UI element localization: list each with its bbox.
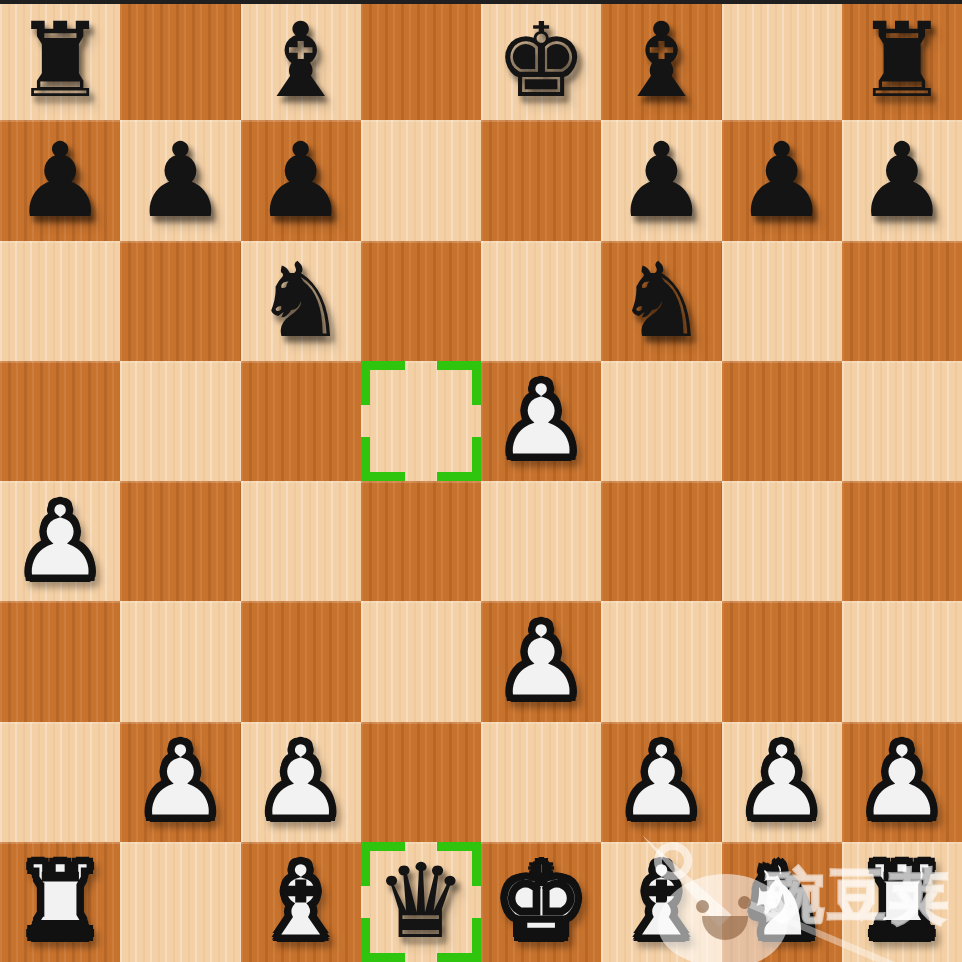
square-c8[interactable]: ♝ [241, 0, 361, 120]
square-g8[interactable] [722, 0, 842, 120]
square-b2[interactable]: ♟ [120, 722, 240, 842]
square-f7[interactable]: ♟ [601, 120, 721, 240]
square-g2[interactable]: ♟ [722, 722, 842, 842]
square-e8[interactable]: ♚ [481, 0, 601, 120]
piece-black-knight[interactable]: ♞ [254, 249, 346, 352]
square-e7[interactable] [481, 120, 601, 240]
square-d8[interactable] [361, 0, 481, 120]
square-f4[interactable] [601, 481, 721, 601]
square-h3[interactable] [842, 601, 962, 721]
square-e1[interactable]: ♚ [481, 842, 601, 962]
square-f5[interactable] [601, 361, 721, 481]
square-g6[interactable] [722, 241, 842, 361]
piece-white-pawn[interactable]: ♟ [134, 730, 226, 833]
piece-white-rook[interactable]: ♜ [856, 850, 948, 953]
square-c6[interactable]: ♞ [241, 241, 361, 361]
piece-white-pawn[interactable]: ♟ [495, 369, 587, 472]
piece-white-bishop[interactable]: ♝ [615, 850, 707, 953]
piece-white-rook[interactable]: ♜ [14, 850, 106, 953]
piece-white-pawn[interactable]: ♟ [735, 730, 827, 833]
square-d6[interactable] [361, 241, 481, 361]
square-a8[interactable]: ♜ [0, 0, 120, 120]
square-c3[interactable] [241, 601, 361, 721]
square-c5[interactable] [241, 361, 361, 481]
square-e3[interactable]: ♟ [481, 601, 601, 721]
piece-white-pawn[interactable]: ♟ [615, 730, 707, 833]
chess-app-window: ♜♝♚♝♜♟♟♟♟♟♟♞♞♟♟♟♟♟♟♟♟♜♝♛♚♝♞♜ 豌豆荚 [0, 0, 962, 962]
square-d4[interactable] [361, 481, 481, 601]
square-d7[interactable] [361, 120, 481, 240]
highlight-corner-icon [437, 361, 481, 405]
square-b4[interactable] [120, 481, 240, 601]
square-d5[interactable] [361, 361, 481, 481]
piece-white-king[interactable]: ♚ [495, 850, 587, 953]
square-c1[interactable]: ♝ [241, 842, 361, 962]
square-a2[interactable] [0, 722, 120, 842]
square-f6[interactable]: ♞ [601, 241, 721, 361]
highlight-corner-icon [361, 361, 405, 405]
piece-black-pawn[interactable]: ♟ [14, 129, 106, 232]
chess-board: ♜♝♚♝♜♟♟♟♟♟♟♞♞♟♟♟♟♟♟♟♟♜♝♛♚♝♞♜ [0, 0, 962, 962]
square-h7[interactable]: ♟ [842, 120, 962, 240]
square-f2[interactable]: ♟ [601, 722, 721, 842]
square-b3[interactable] [120, 601, 240, 721]
square-d3[interactable] [361, 601, 481, 721]
piece-black-pawn[interactable]: ♟ [254, 129, 346, 232]
piece-white-pawn[interactable]: ♟ [856, 730, 948, 833]
square-e5[interactable]: ♟ [481, 361, 601, 481]
square-a1[interactable]: ♜ [0, 842, 120, 962]
square-b8[interactable] [120, 0, 240, 120]
square-a6[interactable] [0, 241, 120, 361]
piece-black-rook[interactable]: ♜ [856, 9, 948, 112]
square-d1[interactable]: ♛ [361, 842, 481, 962]
square-h8[interactable]: ♜ [842, 0, 962, 120]
piece-black-pawn[interactable]: ♟ [615, 129, 707, 232]
piece-black-bishop[interactable]: ♝ [254, 9, 346, 112]
square-g1[interactable]: ♞ [722, 842, 842, 962]
piece-white-pawn[interactable]: ♟ [14, 490, 106, 593]
square-g4[interactable] [722, 481, 842, 601]
square-f8[interactable]: ♝ [601, 0, 721, 120]
square-h2[interactable]: ♟ [842, 722, 962, 842]
highlight-corner-icon [361, 437, 405, 481]
square-g7[interactable]: ♟ [722, 120, 842, 240]
piece-white-bishop[interactable]: ♝ [254, 850, 346, 953]
square-e4[interactable] [481, 481, 601, 601]
square-a4[interactable]: ♟ [0, 481, 120, 601]
square-a7[interactable]: ♟ [0, 120, 120, 240]
piece-black-rook[interactable]: ♜ [14, 9, 106, 112]
window-top-bar [0, 0, 962, 4]
square-b6[interactable] [120, 241, 240, 361]
square-e2[interactable] [481, 722, 601, 842]
piece-white-pawn[interactable]: ♟ [254, 730, 346, 833]
highlight-corner-icon [437, 437, 481, 481]
square-c4[interactable] [241, 481, 361, 601]
piece-black-king[interactable]: ♚ [495, 9, 587, 112]
piece-black-pawn[interactable]: ♟ [134, 129, 226, 232]
square-h1[interactable]: ♜ [842, 842, 962, 962]
piece-black-pawn[interactable]: ♟ [735, 129, 827, 232]
square-f3[interactable] [601, 601, 721, 721]
piece-black-knight[interactable]: ♞ [615, 249, 707, 352]
square-b7[interactable]: ♟ [120, 120, 240, 240]
square-e6[interactable] [481, 241, 601, 361]
square-d2[interactable] [361, 722, 481, 842]
square-c2[interactable]: ♟ [241, 722, 361, 842]
square-c7[interactable]: ♟ [241, 120, 361, 240]
square-h6[interactable] [842, 241, 962, 361]
piece-white-knight[interactable]: ♞ [735, 850, 827, 953]
square-a3[interactable] [0, 601, 120, 721]
square-g3[interactable] [722, 601, 842, 721]
square-h5[interactable] [842, 361, 962, 481]
last-move-highlight [361, 361, 481, 481]
square-g5[interactable] [722, 361, 842, 481]
square-b1[interactable] [120, 842, 240, 962]
square-a5[interactable] [0, 361, 120, 481]
piece-black-pawn[interactable]: ♟ [856, 129, 948, 232]
piece-black-queen[interactable]: ♛ [375, 850, 467, 953]
piece-white-pawn[interactable]: ♟ [495, 610, 587, 713]
piece-black-bishop[interactable]: ♝ [615, 9, 707, 112]
square-b5[interactable] [120, 361, 240, 481]
square-h4[interactable] [842, 481, 962, 601]
square-f1[interactable]: ♝ [601, 842, 721, 962]
